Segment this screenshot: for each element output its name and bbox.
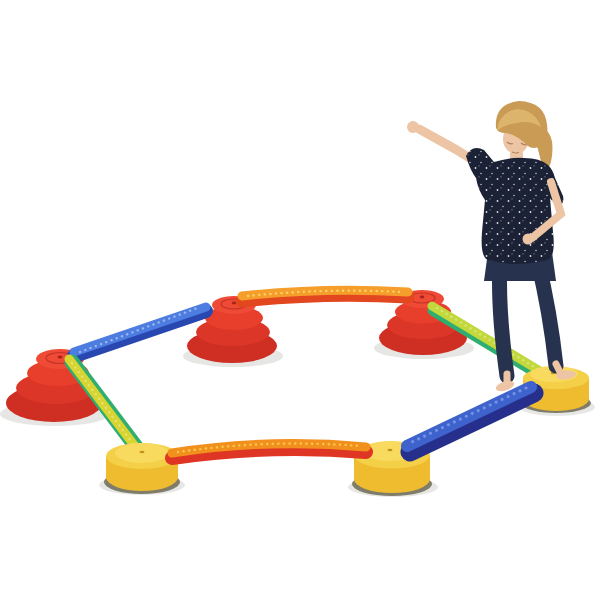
beam-top (74, 307, 206, 352)
balance-course-scene (0, 0, 600, 600)
beam-upper-right (242, 290, 408, 301)
beam-foreground (407, 387, 534, 452)
stone-hole (388, 449, 393, 452)
beam-bottom (172, 444, 366, 458)
right-ankle (556, 364, 560, 372)
beam-side (410, 393, 534, 452)
stone-hole (140, 451, 145, 454)
left-leg (499, 262, 507, 376)
fist (407, 121, 419, 133)
hand (523, 234, 534, 245)
product-photo (0, 0, 600, 600)
beam-upper-left (74, 307, 206, 356)
dome-cap-hole (420, 296, 425, 299)
dome-cap-hole (58, 356, 63, 359)
